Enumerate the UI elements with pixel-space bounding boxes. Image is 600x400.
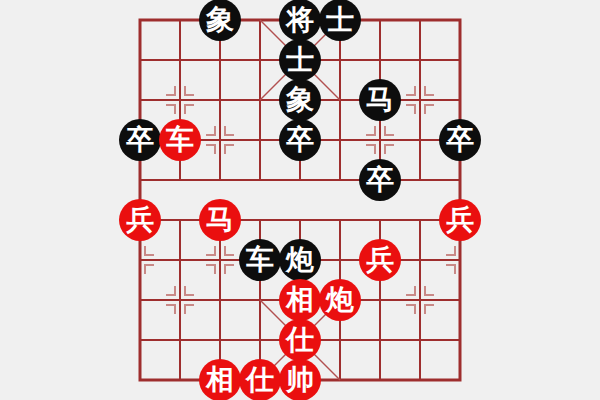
intersection-c2-r1[interactable] bbox=[160, 0, 200, 40]
intersection-c1-r5[interactable] bbox=[120, 160, 160, 200]
intersection-c5-r4[interactable]: 卒 bbox=[280, 120, 320, 160]
intersection-c7-r2[interactable] bbox=[360, 40, 400, 80]
intersection-c7-r1[interactable] bbox=[360, 0, 400, 40]
intersection-c2-r4[interactable]: 车 bbox=[160, 120, 200, 160]
red-soldier-piece[interactable]: 兵 bbox=[439, 199, 481, 241]
intersection-c2-r5[interactable] bbox=[160, 160, 200, 200]
black-advisor-piece[interactable]: 士 bbox=[279, 39, 321, 81]
intersection-c6-r3[interactable] bbox=[320, 80, 360, 120]
intersection-c9-r2[interactable] bbox=[440, 40, 480, 80]
intersection-c7-r9[interactable] bbox=[360, 320, 400, 360]
black-soldier-piece[interactable]: 卒 bbox=[119, 119, 161, 161]
intersection-c3-r4[interactable] bbox=[200, 120, 240, 160]
intersection-c7-r4[interactable] bbox=[360, 120, 400, 160]
intersection-c3-r6[interactable]: 马 bbox=[200, 200, 240, 240]
intersection-c3-r9[interactable] bbox=[200, 320, 240, 360]
intersection-c4-r4[interactable] bbox=[240, 120, 280, 160]
intersection-c4-r2[interactable] bbox=[240, 40, 280, 80]
intersection-c9-r5[interactable] bbox=[440, 160, 480, 200]
intersection-c4-r5[interactable] bbox=[240, 160, 280, 200]
intersection-c3-r3[interactable] bbox=[200, 80, 240, 120]
intersection-c5-r2[interactable]: 士 bbox=[280, 40, 320, 80]
intersection-c7-r5[interactable]: 卒 bbox=[360, 160, 400, 200]
intersection-c6-r9[interactable] bbox=[320, 320, 360, 360]
black-soldier-piece[interactable]: 卒 bbox=[279, 119, 321, 161]
red-horse-piece[interactable]: 马 bbox=[199, 199, 241, 241]
intersection-c7-r8[interactable] bbox=[360, 280, 400, 320]
intersection-c2-r2[interactable] bbox=[160, 40, 200, 80]
intersection-c1-r8[interactable] bbox=[120, 280, 160, 320]
black-elephant-piece[interactable]: 象 bbox=[279, 79, 321, 121]
intersection-c1-r9[interactable] bbox=[120, 320, 160, 360]
intersection-c5-r1[interactable]: 将 bbox=[280, 0, 320, 40]
intersection-c1-r3[interactable] bbox=[120, 80, 160, 120]
intersection-c6-r1[interactable]: 士 bbox=[320, 0, 360, 40]
red-chariot-piece[interactable]: 车 bbox=[159, 119, 201, 161]
intersection-c4-r7[interactable]: 车 bbox=[240, 240, 280, 280]
black-cannon-piece[interactable]: 炮 bbox=[279, 239, 321, 281]
intersection-c9-r8[interactable] bbox=[440, 280, 480, 320]
intersection-c6-r4[interactable] bbox=[320, 120, 360, 160]
intersection-c5-r8[interactable]: 相 bbox=[280, 280, 320, 320]
red-advisor-piece[interactable]: 仕 bbox=[279, 319, 321, 361]
black-soldier-piece[interactable]: 卒 bbox=[439, 119, 481, 161]
intersection-c3-r2[interactable] bbox=[200, 40, 240, 80]
intersection-c9-r1[interactable] bbox=[440, 0, 480, 40]
intersection-c8-r9[interactable] bbox=[400, 320, 440, 360]
intersection-c3-r5[interactable] bbox=[200, 160, 240, 200]
intersection-c3-r7[interactable] bbox=[200, 240, 240, 280]
red-elephant-piece[interactable]: 相 bbox=[199, 359, 241, 400]
intersection-c8-r3[interactable] bbox=[400, 80, 440, 120]
intersection-c4-r6[interactable] bbox=[240, 200, 280, 240]
intersection-c6-r7[interactable] bbox=[320, 240, 360, 280]
intersection-c1-r6[interactable]: 兵 bbox=[120, 200, 160, 240]
black-chariot-piece[interactable]: 车 bbox=[239, 239, 281, 281]
intersection-c7-r6[interactable] bbox=[360, 200, 400, 240]
intersection-c6-r6[interactable] bbox=[320, 200, 360, 240]
intersection-c5-r6[interactable] bbox=[280, 200, 320, 240]
intersection-c6-r8[interactable]: 炮 bbox=[320, 280, 360, 320]
intersection-c4-r3[interactable] bbox=[240, 80, 280, 120]
intersection-c8-r4[interactable] bbox=[400, 120, 440, 160]
red-general-piece[interactable]: 帅 bbox=[279, 359, 321, 400]
intersection-c8-r8[interactable] bbox=[400, 280, 440, 320]
intersection-c5-r7[interactable]: 炮 bbox=[280, 240, 320, 280]
intersection-c6-r10[interactable] bbox=[320, 360, 360, 400]
red-elephant-piece[interactable]: 相 bbox=[279, 279, 321, 321]
intersection-c5-r3[interactable]: 象 bbox=[280, 80, 320, 120]
intersection-c5-r10[interactable]: 帅 bbox=[280, 360, 320, 400]
intersection-c1-r4[interactable]: 卒 bbox=[120, 120, 160, 160]
intersection-c4-r9[interactable] bbox=[240, 320, 280, 360]
intersection-c5-r9[interactable]: 仕 bbox=[280, 320, 320, 360]
red-soldier-piece[interactable]: 兵 bbox=[119, 199, 161, 241]
intersection-c3-r8[interactable] bbox=[200, 280, 240, 320]
intersection-c4-r10[interactable]: 仕 bbox=[240, 360, 280, 400]
intersection-c2-r8[interactable] bbox=[160, 280, 200, 320]
red-advisor-piece[interactable]: 仕 bbox=[239, 359, 281, 400]
intersection-c8-r5[interactable] bbox=[400, 160, 440, 200]
black-advisor-piece[interactable]: 士 bbox=[319, 0, 361, 41]
intersection-c9-r6[interactable]: 兵 bbox=[440, 200, 480, 240]
intersection-c2-r3[interactable] bbox=[160, 80, 200, 120]
xiangqi-board: 象将士士象马卒车卒卒卒兵马兵车炮兵相炮仕相仕帅 bbox=[120, 0, 480, 400]
intersection-c9-r7[interactable] bbox=[440, 240, 480, 280]
intersection-c1-r1[interactable] bbox=[120, 0, 160, 40]
intersection-c7-r10[interactable] bbox=[360, 360, 400, 400]
intersection-c4-r8[interactable] bbox=[240, 280, 280, 320]
black-horse-piece[interactable]: 马 bbox=[359, 79, 401, 121]
black-soldier-piece[interactable]: 卒 bbox=[359, 159, 401, 201]
intersection-c8-r6[interactable] bbox=[400, 200, 440, 240]
intersection-c5-r5[interactable] bbox=[280, 160, 320, 200]
intersection-c7-r7[interactable]: 兵 bbox=[360, 240, 400, 280]
intersection-c7-r3[interactable]: 马 bbox=[360, 80, 400, 120]
intersection-c9-r4[interactable]: 卒 bbox=[440, 120, 480, 160]
intersection-c8-r1[interactable] bbox=[400, 0, 440, 40]
intersection-c2-r9[interactable] bbox=[160, 320, 200, 360]
intersection-c8-r2[interactable] bbox=[400, 40, 440, 80]
intersection-c1-r10[interactable] bbox=[120, 360, 160, 400]
intersection-c2-r7[interactable] bbox=[160, 240, 200, 280]
intersection-c8-r7[interactable] bbox=[400, 240, 440, 280]
intersection-c9-r3[interactable] bbox=[440, 80, 480, 120]
intersection-c1-r2[interactable] bbox=[120, 40, 160, 80]
intersection-c3-r10[interactable]: 相 bbox=[200, 360, 240, 400]
red-soldier-piece[interactable]: 兵 bbox=[359, 239, 401, 281]
black-elephant-piece[interactable]: 象 bbox=[199, 0, 241, 41]
intersection-c6-r2[interactable] bbox=[320, 40, 360, 80]
intersection-c8-r10[interactable] bbox=[400, 360, 440, 400]
black-general-piece[interactable]: 将 bbox=[279, 0, 321, 41]
intersection-c4-r1[interactable] bbox=[240, 0, 280, 40]
intersection-c9-r10[interactable] bbox=[440, 360, 480, 400]
intersection-c1-r7[interactable] bbox=[120, 240, 160, 280]
intersection-c2-r6[interactable] bbox=[160, 200, 200, 240]
intersection-c9-r9[interactable] bbox=[440, 320, 480, 360]
intersection-c6-r5[interactable] bbox=[320, 160, 360, 200]
intersection-c3-r1[interactable]: 象 bbox=[200, 0, 240, 40]
intersection-c2-r10[interactable] bbox=[160, 360, 200, 400]
red-cannon-piece[interactable]: 炮 bbox=[319, 279, 361, 321]
